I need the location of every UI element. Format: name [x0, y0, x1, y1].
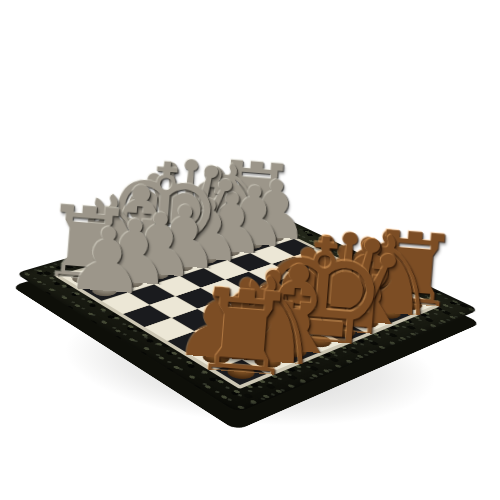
- photo-stage: ♜♟♟♜♞♟♟♞♝♟♟♝♛♟♟♛♚♟♟♚♝♟♟♝♞♟♟♞♜♟♟♜: [0, 0, 500, 500]
- scene-3d: ♜♟♟♜♞♟♟♞♝♟♟♝♛♟♟♛♚♟♟♚♝♟♟♝♞♟♟♞♜♟♟♜: [0, 0, 500, 500]
- black-rook[interactable]: ♜: [145, 248, 345, 380]
- chess-board: ♜♟♟♜♞♟♟♞♝♟♟♝♛♟♟♛♚♟♟♚♝♟♟♝♞♟♟♞♜♟♟♜: [15, 204, 479, 413]
- board-field: ♜♟♟♜♞♟♟♞♝♟♟♝♛♟♟♛♚♟♟♚♝♟♟♝♞♟♟♞♜♟♟♜: [55, 217, 440, 389]
- board-grid: ♜♟♟♜♞♟♟♞♝♟♟♝♛♟♟♛♚♟♟♚♝♟♟♝♞♟♟♞♜♟♟♜: [62, 219, 433, 385]
- piece-glyph: ♜: [144, 269, 344, 401]
- square-h8[interactable]: ♜: [216, 360, 267, 385]
